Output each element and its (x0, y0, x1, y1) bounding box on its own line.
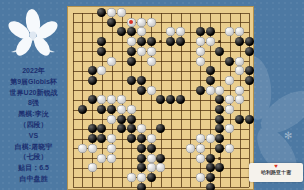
black-stone (235, 115, 244, 124)
white-stone (137, 173, 146, 182)
white-stone (147, 154, 156, 163)
star-point (218, 40, 221, 43)
black-stone (166, 95, 175, 104)
black-stone (127, 76, 136, 85)
black-stone (215, 163, 224, 172)
black-stone (137, 163, 146, 172)
white-stone (235, 66, 244, 75)
white-stone (196, 134, 205, 143)
white-stone (147, 47, 156, 56)
black-stone (156, 124, 165, 133)
white-stone (97, 154, 106, 163)
black-stone (166, 37, 175, 46)
white-stone (107, 144, 116, 153)
white-stone (117, 8, 126, 17)
white-stone (147, 163, 156, 172)
black-stone (235, 37, 244, 46)
black-stone (137, 134, 146, 143)
info-panel: 2022年 第9届Globis杯 世界U20新锐战 8强 黑棋:李沇 （四段） … (0, 0, 67, 190)
black-stone (127, 134, 136, 143)
black-stone (215, 95, 224, 104)
grid-line-h (73, 187, 250, 188)
white-stone (117, 105, 126, 114)
black-stone (206, 76, 215, 85)
event-line: 第9届Globis杯 (0, 77, 67, 88)
black-stone (206, 66, 215, 75)
channel-name: 哈利路亚十斋 (257, 170, 296, 176)
black-stone (196, 86, 205, 95)
black-stone (88, 124, 97, 133)
white-stone (196, 144, 205, 153)
white-rank-line: （七段） (0, 152, 67, 163)
black-stone (97, 134, 106, 143)
black-stone (206, 183, 215, 190)
white-stone (147, 18, 156, 27)
vs-line: VS (0, 131, 67, 142)
white-stone (147, 86, 156, 95)
black-stone (137, 154, 146, 163)
black-stone (137, 37, 146, 46)
black-stone (147, 173, 156, 182)
white-stone (235, 86, 244, 95)
black-stone (78, 105, 87, 114)
white-stone (176, 27, 185, 36)
grid-line-v (190, 13, 191, 188)
white-stone (235, 57, 244, 66)
black-stone (88, 76, 97, 85)
black-stone (97, 47, 106, 56)
black-player-line: 黑棋:李沇 (0, 109, 67, 120)
round-line: 8强 (0, 98, 67, 109)
black-stone (97, 105, 106, 114)
black-stone (206, 163, 215, 172)
event-line2: 世界U20新锐战 (0, 88, 67, 99)
white-stone (88, 144, 97, 153)
white-stone (137, 47, 146, 56)
go-board (67, 6, 254, 190)
black-stone (127, 115, 136, 124)
black-stone (127, 47, 136, 56)
black-stone (117, 124, 126, 133)
black-stone (137, 183, 146, 190)
white-stone (196, 154, 205, 163)
black-stone (215, 134, 224, 143)
year-line: 2022年 (0, 66, 67, 77)
black-stone (97, 37, 106, 46)
channel-logo: ♥ 哈利路亚十斋 (249, 163, 303, 182)
black-stone (245, 66, 254, 75)
white-stone (206, 134, 215, 143)
white-stone (196, 57, 205, 66)
white-stone (97, 95, 106, 104)
black-stone (107, 105, 116, 114)
white-stone (225, 144, 234, 153)
black-stone (176, 95, 185, 104)
white-stone (127, 37, 136, 46)
black-stone (117, 27, 126, 36)
result-line: 白中盘胜 (0, 174, 67, 185)
white-stone (215, 86, 224, 95)
black-stone (88, 66, 97, 75)
white-stone (107, 8, 116, 17)
black-stone (225, 57, 234, 66)
white-stone (137, 27, 146, 36)
black-stone (107, 18, 116, 27)
white-stone (97, 66, 106, 75)
black-stone (88, 134, 97, 143)
komi-line: 贴目：6.5 (0, 163, 67, 174)
white-stone (127, 173, 136, 182)
black-stone (137, 144, 146, 153)
black-stone (127, 27, 136, 36)
sparkle-icon: ✻ (284, 130, 292, 141)
black-stone (215, 144, 224, 153)
black-stone (206, 27, 215, 36)
black-stone (117, 115, 126, 124)
white-stone (166, 27, 175, 36)
white-stone (147, 57, 156, 66)
heart-icon: ♥ (249, 163, 303, 170)
white-stone (235, 27, 244, 36)
black-stone (127, 57, 136, 66)
black-stone (245, 76, 254, 85)
white-stone (225, 105, 234, 114)
white-stone (186, 144, 195, 153)
black-rank-line: （四段） (0, 120, 67, 131)
black-stone (156, 154, 165, 163)
white-stone (107, 57, 116, 66)
white-stone (156, 163, 165, 172)
white-stone (107, 95, 116, 104)
black-stone (215, 105, 224, 114)
white-stone (196, 173, 205, 182)
black-stone (215, 115, 224, 124)
black-stone (215, 47, 224, 56)
black-stone (245, 37, 254, 46)
game-info-text: 2022年 第9届Globis杯 世界U20新锐战 8强 黑棋:李沇 （四段） … (0, 66, 67, 185)
white-stone (78, 144, 87, 153)
white-stone (137, 18, 146, 27)
grid-line-h (73, 177, 250, 178)
black-stone (215, 124, 224, 133)
black-stone (97, 124, 106, 133)
white-stone (137, 124, 146, 133)
white-stone (147, 134, 156, 143)
black-stone (245, 47, 254, 56)
black-stone (176, 37, 185, 46)
white-stone (107, 115, 116, 124)
white-stone (196, 37, 205, 46)
black-stone (88, 95, 97, 104)
white-stone (117, 95, 126, 104)
white-stone (196, 47, 205, 56)
black-stone (137, 86, 146, 95)
video-frame: 2022年 第9届Globis杯 世界U20新锐战 8强 黑棋:李沇 （四段） … (0, 0, 304, 190)
black-stone (97, 8, 106, 17)
white-stone (206, 37, 215, 46)
white-player-line: 白棋:屠晓宇 (0, 142, 67, 153)
black-stone (127, 124, 136, 133)
white-stone (225, 124, 234, 133)
white-stone (107, 134, 116, 143)
white-stone (88, 163, 97, 172)
white-stone (225, 27, 234, 36)
white-stone (225, 76, 234, 85)
black-stone (147, 144, 156, 153)
white-stone (107, 154, 116, 163)
black-stone (156, 95, 165, 104)
white-stone (225, 95, 234, 104)
star-point (218, 157, 221, 160)
black-stone (245, 115, 254, 124)
white-stone (127, 105, 136, 114)
black-stone (206, 173, 215, 182)
flower-logo-icon (2, 6, 64, 64)
black-stone (147, 37, 156, 46)
black-stone (137, 76, 146, 85)
black-stone (206, 154, 215, 163)
white-stone (235, 95, 244, 104)
black-stone (196, 27, 205, 36)
white-stone (206, 86, 215, 95)
